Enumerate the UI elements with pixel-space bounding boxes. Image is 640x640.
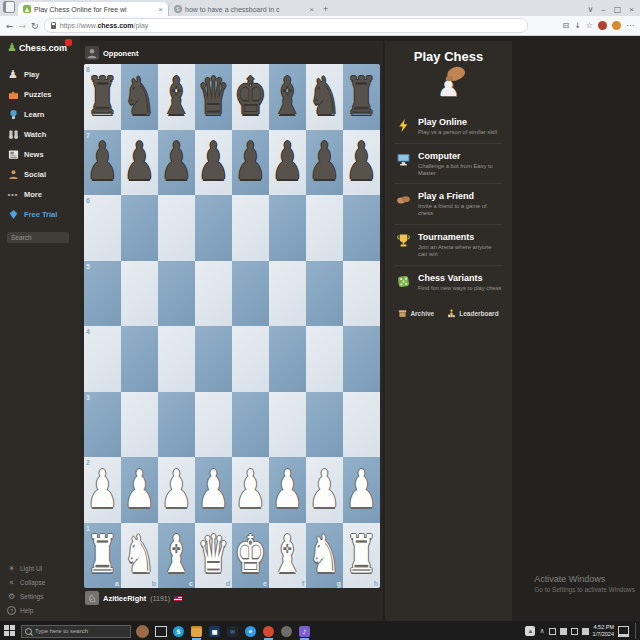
forward-icon[interactable]: →: [19, 21, 27, 31]
action-center-icon[interactable]: [618, 626, 629, 637]
trophy-icon: [395, 232, 412, 249]
option-play-online[interactable]: Play Online Play vs a person of similar …: [394, 110, 503, 143]
tab-search[interactable]: S how to have a chessboard in c ×: [168, 2, 319, 16]
square-h7[interactable]: ♟: [343, 130, 380, 196]
help-icon: ?: [7, 606, 16, 615]
sidebar-item-help[interactable]: ? Help: [7, 604, 80, 617]
activate-windows-watermark: Activate Windows Go to Settings to activ…: [534, 574, 635, 593]
square-c8[interactable]: ♝: [158, 64, 195, 130]
square-h8[interactable]: ♜: [343, 64, 380, 130]
show-desktop-button[interactable]: [635, 623, 638, 639]
browser-toolbar: ← → ↻ https://www.chess.com/play ⊟ ↓ ☆ ⋯: [0, 16, 640, 36]
board-area: Opponent 8♜♞♝♛♚♝♞♜7♟♟♟♟♟♟♟♟65432♟♟♟♟♟♟♟♟…: [80, 41, 383, 621]
square-c3[interactable]: [158, 392, 195, 458]
windows-taskbar: Type here to search S ▦ ✉ e ♪ ▲ ∧ 4:52 P…: [0, 621, 640, 640]
sidebar-search-input[interactable]: [7, 232, 69, 243]
square-a1[interactable]: 1a♜: [84, 523, 121, 589]
gear-icon: ⚙: [7, 592, 16, 601]
panel-title: Play Chess: [394, 49, 503, 64]
square-e6[interactable]: [232, 195, 269, 261]
square-g8[interactable]: ♞: [306, 64, 343, 130]
square-d3[interactable]: [195, 392, 232, 458]
tab-close-icon[interactable]: ×: [309, 5, 314, 14]
lightning-icon: [395, 117, 412, 134]
piece-white-pawn[interactable]: ♟: [197, 464, 229, 516]
tray-icon-4[interactable]: [582, 628, 589, 635]
piece-black-pawn[interactable]: ♟: [308, 136, 340, 188]
player-rating: (1191): [150, 595, 170, 602]
square-f2[interactable]: ♟: [269, 457, 306, 523]
square-c2[interactable]: ♟: [158, 457, 195, 523]
tab-title: Play Chess Online for Free wi: [34, 6, 155, 13]
square-c1[interactable]: c♝: [158, 523, 195, 589]
square-d2[interactable]: ♟: [195, 457, 232, 523]
square-g1[interactable]: g♞: [306, 523, 343, 589]
taskbar-app-mail[interactable]: ✉: [226, 622, 239, 640]
square-f8[interactable]: ♝: [269, 64, 306, 130]
square-g6[interactable]: [306, 195, 343, 261]
square-d7[interactable]: ♟: [195, 130, 232, 196]
square-a7[interactable]: 7♟: [84, 130, 121, 196]
piece-white-rook[interactable]: ♜: [345, 529, 377, 581]
square-h3[interactable]: [343, 392, 380, 458]
taskbar-app-skype[interactable]: S: [172, 622, 185, 640]
square-c5[interactable]: [158, 261, 195, 327]
url-text: https://www.chess.com/play: [60, 22, 149, 29]
taskbar-app-media[interactable]: ♪: [298, 622, 311, 640]
download-icon[interactable]: ↓: [574, 21, 581, 30]
logo-text: Chess.com: [19, 43, 67, 53]
piece-white-pawn[interactable]: ♟: [345, 464, 377, 516]
piece-black-pawn[interactable]: ♟: [345, 136, 377, 188]
diamond-icon: [7, 208, 19, 220]
sidebar-item-more[interactable]: ••• More: [7, 184, 80, 204]
taskbar-app-contacts[interactable]: [280, 622, 293, 640]
sidebar-item-settings[interactable]: ⚙ Settings: [7, 590, 80, 603]
square-e3[interactable]: [232, 392, 269, 458]
sidebar-item-puzzles[interactable]: Puzzles: [7, 84, 80, 104]
archive-link[interactable]: Archive: [398, 309, 434, 318]
piece-black-knight[interactable]: ♞: [123, 71, 155, 123]
player-row: ♘ AzitleeRight (1191): [85, 589, 383, 607]
refresh-icon[interactable]: ↻: [31, 21, 39, 31]
collapse-icon: «: [7, 578, 16, 587]
piece-white-knight[interactable]: ♞: [308, 529, 340, 581]
piece-white-pawn[interactable]: ♟: [271, 464, 303, 516]
piece-white-bishop[interactable]: ♝: [160, 529, 192, 581]
taskbar-avatar[interactable]: [136, 622, 149, 640]
square-e2[interactable]: ♟: [232, 457, 269, 523]
sidebar-item-learn[interactable]: Learn: [7, 104, 80, 124]
more-dots-icon: •••: [7, 188, 19, 200]
square-h4[interactable]: [343, 326, 380, 392]
handshake-icon: [395, 191, 412, 208]
square-d4[interactable]: [195, 326, 232, 392]
sidebar-item-social[interactable]: Social: [7, 164, 80, 184]
piece-black-queen[interactable]: ♛: [197, 71, 229, 123]
chesscom-logo[interactable]: ♟ Chess.com: [7, 41, 80, 54]
sidebar-item-free-trial[interactable]: Free Trial: [7, 204, 80, 224]
taskbar-clock[interactable]: 4:52 PM1/7/2024: [593, 624, 614, 638]
taskbar-app-store[interactable]: ▦: [208, 622, 221, 640]
binoculars-icon: [7, 128, 19, 140]
extension-icon[interactable]: [612, 21, 621, 30]
square-h6[interactable]: [343, 195, 380, 261]
square-h2[interactable]: ♟: [343, 457, 380, 523]
square-c4[interactable]: [158, 326, 195, 392]
piece-black-knight[interactable]: ♞: [308, 71, 340, 123]
sidebar-item-light-ui[interactable]: ☀ Light UI: [7, 562, 80, 575]
search-icon: [25, 628, 32, 635]
taskbar-search-input[interactable]: Type here to search: [21, 625, 131, 638]
tray-chevron-icon[interactable]: ∧: [539, 627, 544, 635]
window-close-button[interactable]: ×: [629, 5, 634, 14]
task-view-button[interactable]: [154, 622, 167, 640]
square-f4[interactable]: [269, 326, 306, 392]
player-avatar[interactable]: ♘: [85, 591, 99, 605]
square-g7[interactable]: ♟: [306, 130, 343, 196]
lightbulb-icon: [7, 108, 19, 120]
piece-white-pawn[interactable]: ♟: [160, 464, 192, 516]
logo-pawn-icon: ♟: [7, 41, 17, 54]
option-tournaments[interactable]: Tournaments Join an Arena where anyone c…: [394, 224, 503, 265]
square-f7[interactable]: ♟: [269, 130, 306, 196]
dice-icon: [395, 273, 412, 290]
square-f6[interactable]: [269, 195, 306, 261]
sidebar-item-collapse[interactable]: « Collapse: [7, 576, 80, 589]
square-a4[interactable]: 4: [84, 326, 121, 392]
lock-icon: [51, 25, 56, 29]
tab-search-caret-icon[interactable]: ∨: [587, 5, 593, 14]
square-g4[interactable]: [306, 326, 343, 392]
piece-black-pawn[interactable]: ♟: [123, 136, 155, 188]
tray-photos-icon[interactable]: ▲: [525, 626, 535, 636]
chess-favicon-icon: ♟: [23, 5, 31, 13]
square-h5[interactable]: [343, 261, 380, 327]
split-screen-icon[interactable]: ⊟: [562, 21, 569, 30]
square-e1[interactable]: e♚: [232, 523, 269, 589]
start-button[interactable]: [4, 625, 16, 637]
tab-chess[interactable]: ♟ Play Chess Online for Free wi ×: [18, 2, 168, 16]
square-f1[interactable]: f♝: [269, 523, 306, 589]
square-g2[interactable]: ♟: [306, 457, 343, 523]
square-g5[interactable]: [306, 261, 343, 327]
option-chess-variants[interactable]: Chess Variants Find fun new ways to play…: [394, 265, 503, 299]
new-tab-button[interactable]: +: [323, 4, 328, 14]
square-b4[interactable]: [121, 326, 158, 392]
sidebar: ♟ Chess.com ♟ Play Puzzles Learn: [0, 36, 80, 621]
newspaper-icon: [7, 148, 19, 160]
search-favicon-icon: S: [174, 5, 182, 13]
leaderboard-link[interactable]: Leaderboard: [447, 309, 498, 318]
square-e5[interactable]: [232, 261, 269, 327]
piece-black-pawn[interactable]: ♟: [271, 136, 303, 188]
piece-white-rook[interactable]: ♜: [86, 529, 118, 581]
piece-white-queen[interactable]: ♛: [197, 529, 229, 581]
play-pawn-icon: ♟: [7, 68, 19, 80]
sidebar-item-watch[interactable]: Watch: [7, 124, 80, 144]
square-c6[interactable]: [158, 195, 195, 261]
archive-box-icon: [398, 309, 407, 318]
piece-white-knight[interactable]: ♞: [123, 529, 155, 581]
square-f3[interactable]: [269, 392, 306, 458]
square-f5[interactable]: [269, 261, 306, 327]
piece-black-pawn[interactable]: ♟: [234, 136, 266, 188]
piece-white-pawn[interactable]: ♟: [123, 464, 155, 516]
piece-white-bishop[interactable]: ♝: [271, 529, 303, 581]
profile-avatar[interactable]: [598, 21, 607, 30]
square-a5[interactable]: 5: [84, 261, 121, 327]
us-flag-icon: [174, 596, 182, 601]
play-panel: Play Chess ♟ Play Online Play vs a perso…: [385, 41, 512, 621]
favorites-star-icon[interactable]: ☆: [586, 21, 593, 30]
square-b7[interactable]: ♟: [121, 130, 158, 196]
chess-board: 8♜♞♝♛♚♝♞♜7♟♟♟♟♟♟♟♟65432♟♟♟♟♟♟♟♟1a♜b♞c♝d♛…: [84, 64, 380, 588]
piece-white-pawn[interactable]: ♟: [86, 464, 118, 516]
page-background: Activate Windows Go to Settings to activ…: [512, 41, 640, 621]
square-e7[interactable]: ♟: [232, 130, 269, 196]
window-maximize-button[interactable]: □: [614, 5, 622, 14]
piece-black-bishop[interactable]: ♝: [271, 71, 303, 123]
sidebar-item-news[interactable]: News: [7, 144, 80, 164]
tray-icon-2[interactable]: [560, 628, 567, 635]
address-bar[interactable]: https://www.chess.com/play: [44, 18, 528, 33]
square-b5[interactable]: [121, 261, 158, 327]
sidebar-item-play[interactable]: ♟ Play: [7, 64, 80, 84]
square-d5[interactable]: [195, 261, 232, 327]
square-e4[interactable]: [232, 326, 269, 392]
vertical-tabs-icon[interactable]: [3, 1, 15, 13]
square-a2[interactable]: 2♟: [84, 457, 121, 523]
puzzle-icon: [7, 88, 19, 100]
option-computer[interactable]: Computer Challenge a bot from Easy to Ma…: [394, 143, 503, 184]
tab-title: how to have a chessboard in c: [185, 6, 306, 13]
piece-black-bishop[interactable]: ♝: [160, 71, 192, 123]
tab-close-icon[interactable]: ×: [158, 5, 163, 14]
square-a8[interactable]: 8♜: [84, 64, 121, 130]
back-icon[interactable]: ←: [6, 21, 14, 31]
hand-holding-pawn-image: ♟: [394, 64, 503, 110]
piece-white-pawn[interactable]: ♟: [308, 464, 340, 516]
piece-black-pawn[interactable]: ♟: [197, 136, 229, 188]
square-b3[interactable]: [121, 392, 158, 458]
square-g3[interactable]: [306, 392, 343, 458]
person-icon: [7, 168, 19, 180]
square-b1[interactable]: b♞: [121, 523, 158, 589]
sun-icon: ☀: [7, 564, 16, 573]
computer-icon: [395, 151, 412, 168]
tray-icon-1[interactable]: [549, 628, 556, 635]
piece-black-pawn[interactable]: ♟: [86, 136, 118, 188]
square-h1[interactable]: h♜: [343, 523, 380, 589]
tray-icon-3[interactable]: [571, 628, 578, 635]
square-e8[interactable]: ♚: [232, 64, 269, 130]
piece-black-pawn[interactable]: ♟: [160, 136, 192, 188]
piece-black-rook[interactable]: ♜: [86, 71, 118, 123]
piece-black-king[interactable]: ♚: [234, 71, 266, 123]
piece-black-rook[interactable]: ♜: [345, 71, 377, 123]
square-c7[interactable]: ♟: [158, 130, 195, 196]
taskbar-app-red[interactable]: [262, 622, 275, 640]
square-b8[interactable]: ♞: [121, 64, 158, 130]
opponent-row: Opponent: [85, 44, 383, 62]
square-d8[interactable]: ♛: [195, 64, 232, 130]
square-a6[interactable]: 6: [84, 195, 121, 261]
window-minimize-button[interactable]: –: [601, 5, 605, 14]
opponent-name: Opponent: [103, 49, 138, 58]
browser-menu-icon[interactable]: ⋯: [626, 21, 634, 30]
square-d6[interactable]: [195, 195, 232, 261]
taskbar-app-file-explorer[interactable]: [190, 622, 203, 640]
piece-white-king[interactable]: ♚: [234, 529, 266, 581]
opponent-avatar[interactable]: [85, 46, 99, 60]
taskbar-app-edge[interactable]: e: [244, 622, 257, 640]
leaderboard-podium-icon: [447, 309, 456, 318]
option-play-a-friend[interactable]: Play a Friend Invite a friend to a game …: [394, 183, 503, 224]
notification-badge: [65, 39, 72, 46]
player-name: AzitleeRight: [103, 594, 146, 603]
square-a3[interactable]: 3: [84, 392, 121, 458]
square-d1[interactable]: d♛: [195, 523, 232, 589]
piece-white-pawn[interactable]: ♟: [234, 464, 266, 516]
browser-tab-strip: ♟ Play Chess Online for Free wi × S how …: [0, 0, 640, 16]
square-b6[interactable]: [121, 195, 158, 261]
square-b2[interactable]: ♟: [121, 457, 158, 523]
